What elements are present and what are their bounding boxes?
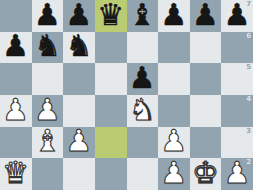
square-g4[interactable]: [190, 95, 222, 127]
square-b4[interactable]: ♟: [32, 95, 64, 127]
piece-white-pawn[interactable]: ♟: [160, 126, 187, 156]
square-h2[interactable]: ♟2: [221, 158, 253, 190]
square-d4[interactable]: [95, 95, 127, 127]
rank-coordinate-2: 2: [246, 159, 251, 166]
square-c4[interactable]: [63, 95, 95, 127]
piece-white-knight[interactable]: ♞: [129, 95, 156, 125]
square-b6[interactable]: ♞: [32, 32, 64, 64]
square-c7[interactable]: ♟: [63, 0, 95, 32]
square-e3[interactable]: [127, 127, 159, 159]
square-d2[interactable]: [95, 158, 127, 190]
square-h4[interactable]: 4: [221, 95, 253, 127]
square-g2[interactable]: ♚: [190, 158, 222, 190]
square-a5[interactable]: [0, 63, 32, 95]
square-h7[interactable]: ♟7: [221, 0, 253, 32]
square-e7[interactable]: ♝: [127, 0, 159, 32]
piece-black-pawn[interactable]: ♟: [129, 63, 156, 93]
square-c6[interactable]: ♞: [63, 32, 95, 64]
square-a4[interactable]: ♟: [0, 95, 32, 127]
square-g3[interactable]: [190, 127, 222, 159]
chess-board: ♟♟♛♝♟♟♟7♟♞♞6♟5♟♟♞4♝♟♟3♛♟♚♟2: [0, 0, 253, 190]
square-b5[interactable]: [32, 63, 64, 95]
square-e6[interactable]: [127, 32, 159, 64]
square-h6[interactable]: 6: [221, 32, 253, 64]
square-a6[interactable]: ♟: [0, 32, 32, 64]
piece-white-pawn[interactable]: ♟: [2, 95, 29, 125]
piece-black-pawn[interactable]: ♟: [34, 0, 61, 30]
square-b2[interactable]: [32, 158, 64, 190]
square-f5[interactable]: [158, 63, 190, 95]
square-g6[interactable]: [190, 32, 222, 64]
rank-coordinate-7: 7: [246, 1, 251, 8]
square-a2[interactable]: ♛: [0, 158, 32, 190]
piece-black-pawn[interactable]: ♟: [160, 0, 187, 30]
square-c3[interactable]: ♟: [63, 127, 95, 159]
square-g7[interactable]: ♟: [190, 0, 222, 32]
piece-white-king[interactable]: ♚: [192, 158, 219, 188]
rank-coordinate-3: 3: [246, 128, 251, 135]
rank-coordinate-6: 6: [246, 33, 251, 40]
square-d5[interactable]: [95, 63, 127, 95]
piece-black-knight[interactable]: ♞: [66, 31, 93, 61]
square-d3[interactable]: [95, 127, 127, 159]
square-e2[interactable]: [127, 158, 159, 190]
square-f2[interactable]: ♟: [158, 158, 190, 190]
square-f4[interactable]: [158, 95, 190, 127]
square-e5[interactable]: ♟: [127, 63, 159, 95]
square-a3[interactable]: [0, 127, 32, 159]
square-a7[interactable]: [0, 0, 32, 32]
piece-black-pawn[interactable]: ♟: [66, 0, 93, 30]
square-b3[interactable]: ♝: [32, 127, 64, 159]
square-f3[interactable]: ♟: [158, 127, 190, 159]
piece-white-pawn[interactable]: ♟: [66, 126, 93, 156]
square-g5[interactable]: [190, 63, 222, 95]
piece-white-pawn[interactable]: ♟: [34, 95, 61, 125]
square-h3[interactable]: 3: [221, 127, 253, 159]
rank-coordinate-5: 5: [246, 64, 251, 71]
piece-white-queen[interactable]: ♛: [2, 158, 29, 188]
rank-coordinate-4: 4: [246, 96, 251, 103]
piece-black-pawn[interactable]: ♟: [192, 0, 219, 30]
piece-black-bishop[interactable]: ♝: [129, 0, 156, 30]
piece-black-knight[interactable]: ♞: [34, 31, 61, 61]
square-c2[interactable]: [63, 158, 95, 190]
square-d7[interactable]: ♛: [95, 0, 127, 32]
square-e4[interactable]: ♞: [127, 95, 159, 127]
square-b7[interactable]: ♟: [32, 0, 64, 32]
square-f6[interactable]: [158, 32, 190, 64]
square-h5[interactable]: 5: [221, 63, 253, 95]
square-d6[interactable]: [95, 32, 127, 64]
square-c5[interactable]: [63, 63, 95, 95]
square-f7[interactable]: ♟: [158, 0, 190, 32]
piece-black-pawn[interactable]: ♟: [2, 31, 29, 61]
piece-white-bishop[interactable]: ♝: [34, 126, 61, 156]
piece-black-queen[interactable]: ♛: [97, 0, 124, 30]
piece-white-pawn[interactable]: ♟: [160, 158, 187, 188]
